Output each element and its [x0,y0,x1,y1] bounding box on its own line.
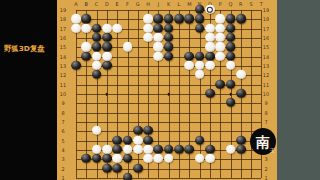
board-point-S19[interactable] [246,6,256,15]
board-point-P10[interactable] [215,89,225,98]
board-point-P19[interactable] [215,6,225,15]
board-point-L14[interactable] [174,52,184,61]
black-stone-N5[interactable] [195,135,205,144]
board-point-S18[interactable] [246,15,256,24]
black-stone-G6[interactable] [133,126,143,135]
board-point-G17[interactable] [133,24,143,33]
white-stone-B17[interactable] [81,24,91,33]
board-point-P6[interactable] [215,127,225,136]
board-point-J1[interactable] [153,173,163,180]
board-point-P13[interactable] [215,61,225,70]
board-point-C19[interactable] [92,6,102,15]
board-point-J11[interactable] [153,80,163,89]
board-point-F13[interactable] [123,61,133,70]
black-stone-N17[interactable] [195,24,205,33]
board-point-S11[interactable] [246,80,256,89]
board-point-G18[interactable] [133,15,143,24]
board-point-K7[interactable] [164,117,174,126]
board-point-B5[interactable] [81,136,91,145]
board-point-R2[interactable] [236,164,246,173]
board-point-F10[interactable] [123,89,133,98]
white-stone-H3[interactable] [143,154,153,163]
black-stone-A13[interactable] [71,61,81,70]
black-stone-Q15[interactable] [226,42,236,51]
board-point-A4[interactable] [71,145,81,154]
board-point-J19[interactable] [153,6,163,15]
board-point-G9[interactable] [133,99,143,108]
board-point-E18[interactable] [112,15,122,24]
board-point-J13[interactable] [153,61,163,70]
white-stone-B15[interactable] [81,42,91,51]
board-point-K13[interactable] [164,61,174,70]
board-point-P12[interactable] [215,71,225,80]
board-point-M15[interactable] [184,43,194,52]
board-point-M1[interactable] [184,173,194,180]
board-point-B9[interactable] [81,99,91,108]
board-point-O5[interactable] [205,136,215,145]
black-stone-D16[interactable] [102,33,112,42]
board-point-K9[interactable] [164,99,174,108]
board-point-M6[interactable] [184,127,194,136]
board-point-M3[interactable] [184,155,194,164]
board-point-L8[interactable] [174,108,184,117]
board-point-M8[interactable] [184,108,194,117]
board-point-C18[interactable] [92,15,102,24]
board-point-S7[interactable] [246,117,256,126]
board-point-G19[interactable] [133,6,143,15]
board-point-H1[interactable] [143,173,153,180]
board-point-M19[interactable] [184,6,194,15]
black-stone-K15[interactable] [164,42,174,51]
board-point-E8[interactable] [112,108,122,117]
board-point-Q3[interactable] [226,155,236,164]
board-point-N8[interactable] [195,108,205,117]
board-point-L17[interactable] [174,24,184,33]
board-point-A1[interactable] [71,173,81,180]
board-point-F6[interactable] [123,127,133,136]
black-stone-J4[interactable] [153,145,163,154]
board-point-R15[interactable] [236,43,246,52]
board-point-N4[interactable] [195,145,205,154]
black-stone-M14[interactable] [184,51,194,60]
board-point-S3[interactable] [246,155,256,164]
board-point-R6[interactable] [236,127,246,136]
board-point-G11[interactable] [133,80,143,89]
black-stone-C3[interactable] [92,154,102,163]
board-point-D1[interactable] [102,173,112,180]
board-point-L10[interactable] [174,89,184,98]
board-point-K11[interactable] [164,80,174,89]
board-point-Q8[interactable] [226,108,236,117]
board-point-T10[interactable] [256,89,266,98]
board-point-C10[interactable] [92,89,102,98]
white-stone-G4[interactable] [133,145,143,154]
black-stone-K16[interactable] [164,33,174,42]
board-point-G10[interactable] [133,89,143,98]
board-point-P7[interactable] [215,117,225,126]
board-point-N15[interactable] [195,43,205,52]
board-point-E19[interactable] [112,6,122,15]
board-point-S10[interactable] [246,89,256,98]
board-point-A9[interactable] [71,99,81,108]
white-stone-E3[interactable] [112,154,122,163]
board-point-G3[interactable] [133,155,143,164]
board-point-F7[interactable] [123,117,133,126]
board-point-C2[interactable] [92,164,102,173]
board-point-D9[interactable] [102,99,112,108]
board-point-N1[interactable] [195,173,205,180]
white-stone-J15[interactable] [153,42,163,51]
board-point-Q10[interactable] [226,89,236,98]
black-stone-B3[interactable] [81,154,91,163]
board-point-G16[interactable] [133,33,143,42]
board-point-O11[interactable] [205,80,215,89]
board-point-L12[interactable] [174,71,184,80]
board-point-K10[interactable] [164,89,174,98]
board-point-M16[interactable] [184,33,194,42]
board-point-B12[interactable] [81,71,91,80]
board-point-K8[interactable] [164,108,174,117]
black-stone-K14[interactable] [164,51,174,60]
board-point-E11[interactable] [112,80,122,89]
board-point-L16[interactable] [174,33,184,42]
white-stone-D14[interactable] [102,51,112,60]
board-point-F18[interactable] [123,15,133,24]
black-stone-C17[interactable] [92,24,102,33]
black-stone-O10[interactable] [205,89,215,98]
black-stone-J18[interactable] [153,14,163,23]
board-point-J8[interactable] [153,108,163,117]
board-point-O9[interactable] [205,99,215,108]
board-point-G14[interactable] [133,52,143,61]
board-point-T13[interactable] [256,61,266,70]
board-point-M11[interactable] [184,80,194,89]
board-point-A16[interactable] [71,33,81,42]
white-stone-Q13[interactable] [226,61,236,70]
board-point-S16[interactable] [246,33,256,42]
board-point-J12[interactable] [153,71,163,80]
board-point-A3[interactable] [71,155,81,164]
board-point-N2[interactable] [195,164,205,173]
board-point-E10[interactable] [112,89,122,98]
board-point-Q5[interactable] [226,136,236,145]
board-point-S13[interactable] [246,61,256,70]
white-stone-H16[interactable] [143,33,153,42]
board-point-F14[interactable] [123,52,133,61]
white-stone-F4[interactable] [123,145,133,154]
board-point-O8[interactable] [205,108,215,117]
board-point-Q12[interactable] [226,71,236,80]
board-point-T3[interactable] [256,155,266,164]
white-stone-C14[interactable] [92,51,102,60]
board-point-H7[interactable] [143,117,153,126]
board-point-C9[interactable] [92,99,102,108]
black-stone-C12[interactable] [92,70,102,79]
white-stone-N3[interactable] [195,154,205,163]
board-point-E7[interactable] [112,117,122,126]
board-point-T11[interactable] [256,80,266,89]
board-point-H12[interactable] [143,71,153,80]
white-stone-O16[interactable] [205,33,215,42]
board-point-O2[interactable] [205,164,215,173]
black-stone-M4[interactable] [184,145,194,154]
board-point-T1[interactable] [256,173,266,180]
board-point-N7[interactable] [195,117,205,126]
board-point-H9[interactable] [143,99,153,108]
board-point-K2[interactable] [164,164,174,173]
board-point-B8[interactable] [81,108,91,117]
board-point-H15[interactable] [143,43,153,52]
board-point-E14[interactable] [112,52,122,61]
board-point-D7[interactable] [102,117,112,126]
white-stone-N13[interactable] [195,61,205,70]
board-point-M7[interactable] [184,117,194,126]
black-stone-D2[interactable] [102,163,112,172]
black-stone-D15[interactable] [102,42,112,51]
black-stone-Q9[interactable] [226,98,236,107]
board-point-F9[interactable] [123,99,133,108]
board-point-B11[interactable] [81,80,91,89]
black-stone-H6[interactable] [143,126,153,135]
board-point-L1[interactable] [174,173,184,180]
black-stone-L18[interactable] [174,14,184,23]
black-stone-R18[interactable] [236,14,246,23]
white-stone-O19[interactable] [205,5,215,14]
black-stone-O4[interactable] [205,145,215,154]
board-point-K6[interactable] [164,127,174,136]
white-stone-J16[interactable] [153,33,163,42]
white-stone-D17[interactable] [102,24,112,33]
board-point-R7[interactable] [236,117,246,126]
black-stone-F3[interactable] [123,154,133,163]
board-point-D5[interactable] [102,136,112,145]
board-point-T8[interactable] [256,108,266,117]
board-point-D12[interactable] [102,71,112,80]
board-point-P5[interactable] [215,136,225,145]
black-stone-B14[interactable] [81,51,91,60]
board-point-S2[interactable] [246,164,256,173]
black-stone-R10[interactable] [236,89,246,98]
board-point-H13[interactable] [143,61,153,70]
board-point-R16[interactable] [236,33,246,42]
black-stone-D13[interactable] [102,61,112,70]
black-stone-L4[interactable] [174,145,184,154]
black-stone-N18[interactable] [195,14,205,23]
white-stone-F15[interactable] [123,42,133,51]
white-stone-H18[interactable] [143,14,153,23]
board-point-F19[interactable] [123,6,133,15]
white-stone-C4[interactable] [92,145,102,154]
board-point-G15[interactable] [133,43,143,52]
board-point-F2[interactable] [123,164,133,173]
black-stone-K4[interactable] [164,145,174,154]
black-stone-K18[interactable] [164,14,174,23]
board-point-A8[interactable] [71,108,81,117]
board-point-D19[interactable] [102,6,112,15]
board-point-T9[interactable] [256,99,266,108]
board-point-D11[interactable] [102,80,112,89]
board-point-L15[interactable] [174,43,184,52]
board-point-L7[interactable] [174,117,184,126]
board-point-A5[interactable] [71,136,81,145]
board-point-P2[interactable] [215,164,225,173]
go-board[interactable]: ABCDEFGHJKLMNOPQRST191918181717161615151… [57,0,277,180]
black-stone-F5[interactable] [123,135,133,144]
board-point-B13[interactable] [81,61,91,70]
board-point-S1[interactable] [246,173,256,180]
board-point-S15[interactable] [246,43,256,52]
board-point-B16[interactable] [81,33,91,42]
board-point-B1[interactable] [81,173,91,180]
board-point-N9[interactable] [195,99,205,108]
board-point-L3[interactable] [174,155,184,164]
board-point-T2[interactable] [256,164,266,173]
white-stone-Q4[interactable] [226,145,236,154]
board-point-E15[interactable] [112,43,122,52]
white-stone-O17[interactable] [205,24,215,33]
board-point-B7[interactable] [81,117,91,126]
board-point-A14[interactable] [71,52,81,61]
board-point-Q2[interactable] [226,164,236,173]
white-stone-A18[interactable] [71,14,81,23]
board-point-E1[interactable] [112,173,122,180]
board-point-H2[interactable] [143,164,153,173]
board-point-F12[interactable] [123,71,133,80]
board-point-H14[interactable] [143,52,153,61]
board-point-E16[interactable] [112,33,122,42]
board-point-C5[interactable] [92,136,102,145]
board-point-Q6[interactable] [226,127,236,136]
white-stone-P17[interactable] [215,24,225,33]
white-stone-O13[interactable] [205,61,215,70]
board-point-L19[interactable] [174,6,184,15]
white-stone-R12[interactable] [236,70,246,79]
board-point-A11[interactable] [71,80,81,89]
black-stone-B18[interactable] [81,14,91,23]
black-stone-O14[interactable] [205,51,215,60]
board-point-B6[interactable] [81,127,91,136]
black-stone-Q17[interactable] [226,24,236,33]
white-stone-E17[interactable] [112,24,122,33]
white-stone-N12[interactable] [195,70,205,79]
board-point-E12[interactable] [112,71,122,80]
board-point-O12[interactable] [205,71,215,80]
white-stone-H4[interactable] [143,145,153,154]
board-point-S17[interactable] [246,24,256,33]
board-point-C1[interactable] [92,173,102,180]
board-point-K5[interactable] [164,136,174,145]
board-point-T15[interactable] [256,43,266,52]
board-point-P9[interactable] [215,99,225,108]
board-point-H11[interactable] [143,80,153,89]
board-point-J10[interactable] [153,89,163,98]
black-stone-J17[interactable] [153,24,163,33]
board-point-P1[interactable] [215,173,225,180]
board-point-M2[interactable] [184,164,194,173]
black-stone-F1[interactable] [123,173,133,180]
board-point-J5[interactable] [153,136,163,145]
board-point-O7[interactable] [205,117,215,126]
board-point-O6[interactable] [205,127,215,136]
white-stone-P14[interactable] [215,51,225,60]
board-point-R17[interactable] [236,24,246,33]
white-stone-D4[interactable] [102,145,112,154]
white-stone-H17[interactable] [143,24,153,33]
board-point-N16[interactable] [195,33,205,42]
board-point-E9[interactable] [112,99,122,108]
board-point-G1[interactable] [133,173,143,180]
board-point-S12[interactable] [246,71,256,80]
board-point-G8[interactable] [133,108,143,117]
board-point-P8[interactable] [215,108,225,117]
board-point-L6[interactable] [174,127,184,136]
board-point-C7[interactable] [92,117,102,126]
board-point-P4[interactable] [215,145,225,154]
board-point-L5[interactable] [174,136,184,145]
board-point-T19[interactable] [256,6,266,15]
board-point-N10[interactable] [195,89,205,98]
black-stone-E4[interactable] [112,145,122,154]
board-point-H19[interactable] [143,6,153,15]
board-point-O1[interactable] [205,173,215,180]
board-point-K12[interactable] [164,71,174,80]
board-point-J9[interactable] [153,99,163,108]
board-point-Q19[interactable] [226,6,236,15]
board-point-L2[interactable] [174,164,184,173]
board-point-M17[interactable] [184,24,194,33]
board-point-H8[interactable] [143,108,153,117]
board-point-B2[interactable] [81,164,91,173]
board-point-Q7[interactable] [226,117,236,126]
board-point-R8[interactable] [236,108,246,117]
black-stone-M18[interactable] [184,14,194,23]
board-point-R19[interactable] [236,6,246,15]
board-point-T14[interactable] [256,52,266,61]
black-stone-K17[interactable] [164,24,174,33]
board-point-T16[interactable] [256,33,266,42]
white-stone-C6[interactable] [92,126,102,135]
black-stone-H5[interactable] [143,135,153,144]
black-stone-C15[interactable] [92,42,102,51]
board-point-N6[interactable] [195,127,205,136]
black-stone-C16[interactable] [92,33,102,42]
black-stone-N14[interactable] [195,51,205,60]
black-stone-Q11[interactable] [226,79,236,88]
white-stone-P18[interactable] [215,14,225,23]
white-stone-J3[interactable] [153,154,163,163]
board-point-O18[interactable] [205,15,215,24]
board-point-D18[interactable] [102,15,112,24]
board-point-G13[interactable] [133,61,143,70]
board-point-T17[interactable] [256,24,266,33]
board-point-F17[interactable] [123,24,133,33]
black-stone-D3[interactable] [102,154,112,163]
black-stone-N19[interactable] [195,5,205,14]
board-point-T18[interactable] [256,15,266,24]
white-stone-O3[interactable] [205,154,215,163]
board-point-M9[interactable] [184,99,194,108]
white-stone-P16[interactable] [215,33,225,42]
black-stone-Q18[interactable] [226,14,236,23]
board-point-R1[interactable] [236,173,246,180]
board-point-N11[interactable] [195,80,205,89]
board-point-B10[interactable] [81,89,91,98]
board-point-D6[interactable] [102,127,112,136]
board-point-A15[interactable] [71,43,81,52]
white-stone-A17[interactable] [71,24,81,33]
white-stone-P15[interactable] [215,42,225,51]
black-stone-R5[interactable] [236,135,246,144]
